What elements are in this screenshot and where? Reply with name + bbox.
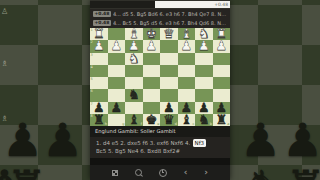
square-h8[interactable]: ♜8h [90,114,108,126]
clock-icon [159,169,167,177]
rank-label: 6 [91,89,93,93]
black-piece-P[interactable]: ♟ [108,102,126,114]
engine-line-moves: 4... d5 5. Bg5 Bd6 6. e3 h6 7. Bh4 Qe7 8… [113,11,227,17]
chess-app-column: +0.48 +0.48 4... d5 5. Bg5 Bd6 6. e3 h6 … [90,0,230,180]
backdrop-piece: ♟ [282,117,320,163]
square-g2[interactable]: ♟ [108,40,126,52]
square-b8[interactable]: ♞b [195,114,213,126]
rank-label: 2 [91,40,93,44]
white-piece-P[interactable]: ♟ [143,40,161,52]
move-list[interactable]: 1. d4 e5 2. dxe5 f6 3. exf6 Nxf6 4. Nf3 … [90,137,230,158]
square-g3[interactable] [108,53,126,65]
square-e3[interactable] [143,53,161,65]
search-icon [135,169,142,176]
rank-label: 1 [91,28,93,32]
eval-gauge-black-portion [90,1,155,8]
white-piece-N[interactable]: ♞ [125,53,143,65]
square-a4[interactable] [213,65,231,77]
backdrop-mini-glyph: ♗ [1,115,8,123]
square-d4[interactable] [160,65,178,77]
square-c2[interactable]: ♟ [178,40,196,52]
backdrop-piece: ♜ [285,164,320,180]
black-piece-N[interactable]: ♞ [125,89,143,101]
white-piece-P[interactable]: ♟ [178,40,196,52]
square-c3[interactable] [178,53,196,65]
square-a5[interactable] [213,77,231,89]
square-h5[interactable]: 5 [90,77,108,89]
panel-spacer [90,158,230,166]
square-a3[interactable] [213,53,231,65]
eval-gauge-white-portion: +0.48 [155,1,230,8]
square-e5[interactable] [143,77,161,89]
back-move-button[interactable]: ‹ [184,168,188,177]
engine-eval-badge: +0.48 [93,20,111,26]
rank-label: 8 [91,114,93,118]
square-h4[interactable]: 4 [90,65,108,77]
square-d1[interactable]: ♛ [160,28,178,40]
engine-line-moves: 4... Bc5 5. Bg5 d5 6. e3 h6 7. Bh4 Qd6 8… [113,20,227,26]
square-b5[interactable] [195,77,213,89]
backdrop-piece: ♟ [2,117,43,163]
square-f6[interactable]: ♞ [125,89,143,101]
square-g5[interactable] [108,77,126,89]
square-h3[interactable]: 3 [90,53,108,65]
clock-button[interactable] [159,169,167,177]
white-piece-P[interactable]: ♟ [108,40,126,52]
move-list-line-2: Bc5 5. Bg5 Ne4 6. Bxd8 Bxf2# [96,147,224,156]
square-b3[interactable] [195,53,213,65]
white-piece-Q[interactable]: ♛ [160,28,178,40]
square-b4[interactable] [195,65,213,77]
board-icon [112,170,118,176]
square-d8[interactable]: ♛d [160,114,178,126]
move-list-line-1: 1. d4 e5 2. dxe5 f6 3. exf6 Nxf6 4. Nf3 [96,139,224,148]
rank-label: 7 [91,102,93,106]
square-g8[interactable]: g [108,114,126,126]
square-g4[interactable] [108,65,126,77]
search-button[interactable] [135,169,142,176]
square-f4[interactable] [125,65,143,77]
file-label: a [227,122,229,126]
forward-move-button[interactable]: › [204,168,208,177]
square-c5[interactable] [178,77,196,89]
current-move-highlight[interactable]: Nf3 [193,139,206,148]
white-piece-P[interactable]: ♟ [213,40,231,52]
square-c4[interactable] [178,65,196,77]
backdrop-piece: ♞ [242,164,283,180]
backdrop-mini-glyph: ♙ [1,8,8,16]
square-b2[interactable]: ♟ [195,40,213,52]
square-d2[interactable] [160,40,178,52]
square-e8[interactable]: ♚e [143,114,161,126]
square-d3[interactable] [160,53,178,65]
square-e6[interactable] [143,89,161,101]
backdrop-piece: ♟ [42,117,83,163]
square-g7[interactable]: ♟ [108,102,126,114]
chess-board[interactable]: ♜1♝♚♛♝♞♜♟2♟♟♟♟♟♟3♞456♞♟7♟♟♟♟♟♜8hg♝f♚e♛d♝… [90,28,230,126]
eval-gauge-bar: +0.48 [90,0,230,9]
square-h2[interactable]: ♟2 [90,40,108,52]
backdrop-piece: ♝ [0,164,25,180]
square-f3[interactable]: ♞ [125,53,143,65]
backdrop-mini-glyph: ♗ [1,60,8,68]
square-a8[interactable]: ♜a [213,114,231,126]
square-d5[interactable] [160,77,178,89]
board-menu-icon[interactable] [112,170,118,176]
square-f8[interactable]: ♝f [125,114,143,126]
rank-label: 4 [91,65,93,69]
square-e2[interactable]: ♟ [143,40,161,52]
square-a2[interactable]: ♟ [213,40,231,52]
opening-name: Englund Gambit: Soller Gambit [90,126,230,137]
engine-line-1[interactable]: +0.48 4... d5 5. Bg5 Bd6 6. e3 h6 7. Bh4… [93,10,227,18]
backdrop-piece: ♟ [240,117,281,163]
eval-value-label: +0.48 [214,2,228,7]
moves-before-current: 1. d4 e5 2. dxe5 f6 3. exf6 Nxf6 4. [96,140,190,146]
eval-gauge: +0.48 [90,1,230,8]
square-c8[interactable]: ♝c [178,114,196,126]
bottom-control-bar: ‹ › [90,165,230,180]
white-piece-P[interactable]: ♟ [195,40,213,52]
rank-label: 3 [91,53,93,57]
square-e4[interactable] [143,65,161,77]
engine-eval-badge: +0.48 [93,11,111,17]
rank-label: 5 [91,77,93,81]
